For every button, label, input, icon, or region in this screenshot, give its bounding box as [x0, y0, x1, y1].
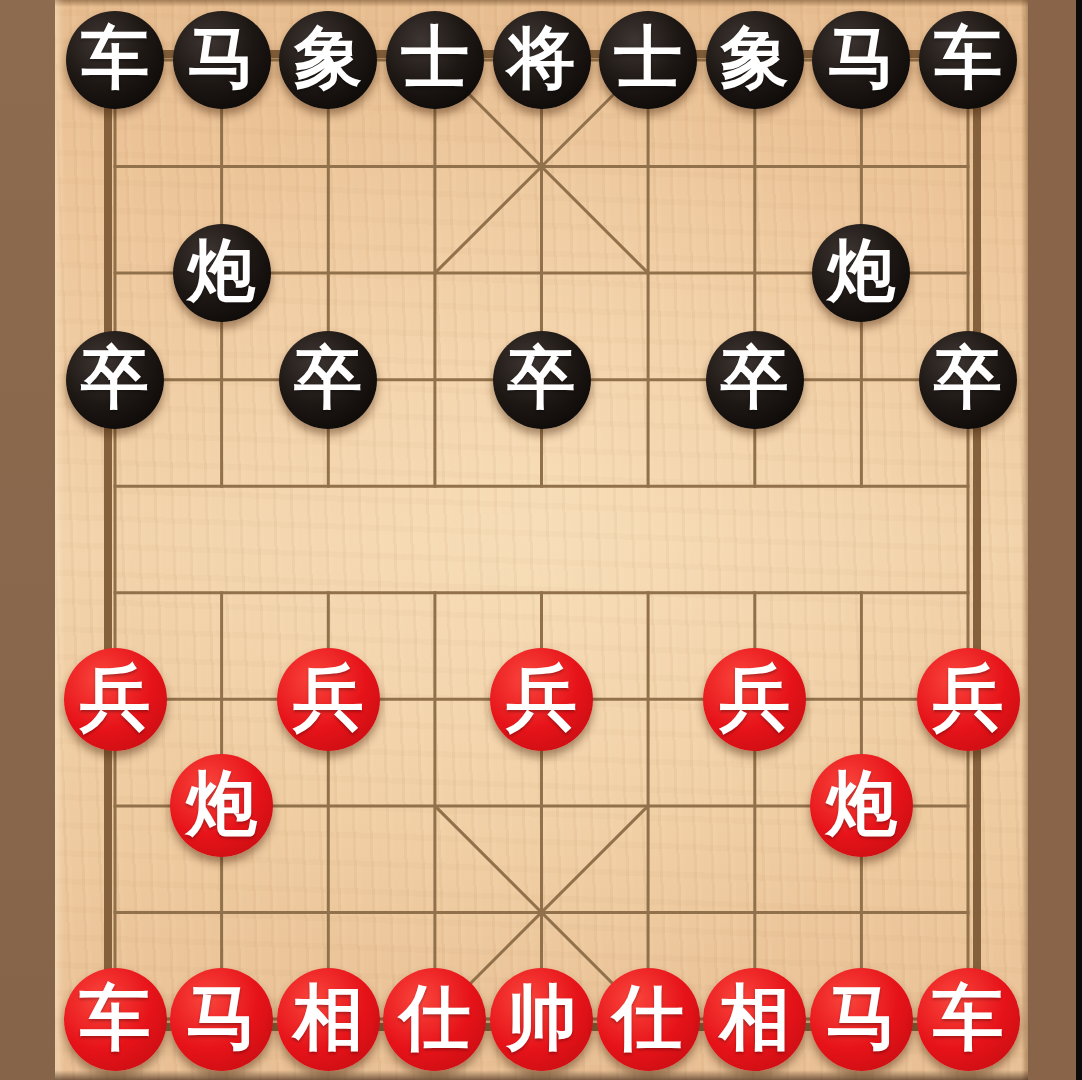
piece-glyph: 将	[508, 24, 576, 92]
piece-black-advisor[interactable]: 士	[599, 11, 697, 109]
piece-glyph: 车	[80, 982, 151, 1053]
piece-glyph: 相	[293, 982, 364, 1053]
piece-black-soldier[interactable]: 卒	[919, 331, 1017, 429]
piece-glyph: 兵	[506, 662, 577, 733]
piece-black-elephant[interactable]: 象	[279, 11, 377, 109]
xiangqi-game-screen: 车马象士将士象马车炮炮卒卒卒卒卒兵兵兵兵兵炮炮车马相仕帅仕相马车	[0, 0, 1082, 1080]
piece-glyph: 士	[401, 24, 469, 92]
piece-red-chariot[interactable]: 车	[64, 968, 167, 1071]
screen-right-edge	[1076, 0, 1082, 1080]
piece-glyph: 车	[934, 24, 1002, 92]
piece-glyph: 炮	[186, 768, 257, 839]
piece-glyph: 仕	[613, 982, 684, 1053]
piece-glyph: 卒	[81, 344, 149, 412]
piece-red-elephant[interactable]: 相	[703, 968, 806, 1071]
piece-glyph: 士	[614, 24, 682, 92]
piece-glyph: 马	[826, 982, 897, 1053]
piece-glyph: 卒	[934, 344, 1002, 412]
piece-glyph: 兵	[293, 662, 364, 733]
piece-red-horse[interactable]: 马	[170, 968, 273, 1071]
piece-glyph: 车	[81, 24, 149, 92]
piece-glyph: 马	[186, 982, 257, 1053]
piece-glyph: 马	[827, 24, 895, 92]
piece-red-elephant[interactable]: 相	[277, 968, 380, 1071]
piece-glyph: 炮	[188, 237, 256, 305]
piece-black-cannon[interactable]: 炮	[812, 224, 910, 322]
piece-black-chariot[interactable]: 车	[66, 11, 164, 109]
piece-black-soldier[interactable]: 卒	[493, 331, 591, 429]
piece-red-advisor[interactable]: 仕	[597, 968, 700, 1071]
piece-glyph: 象	[721, 24, 789, 92]
piece-glyph: 卒	[721, 344, 789, 412]
piece-red-soldier[interactable]: 兵	[490, 648, 593, 751]
piece-red-soldier[interactable]: 兵	[277, 648, 380, 751]
piece-red-soldier[interactable]: 兵	[64, 648, 167, 751]
piece-glyph: 车	[933, 982, 1004, 1053]
piece-glyph: 仕	[399, 982, 470, 1053]
piece-black-horse[interactable]: 马	[173, 11, 271, 109]
piece-glyph: 兵	[80, 662, 151, 733]
piece-red-cannon[interactable]: 炮	[810, 754, 913, 857]
piece-red-advisor[interactable]: 仕	[383, 968, 486, 1071]
piece-black-advisor[interactable]: 士	[386, 11, 484, 109]
piece-red-soldier[interactable]: 兵	[917, 648, 1020, 751]
piece-glyph: 卒	[294, 344, 362, 412]
board-grid-lines	[55, 0, 1028, 1080]
piece-black-soldier[interactable]: 卒	[279, 331, 377, 429]
piece-black-soldier[interactable]: 卒	[66, 331, 164, 429]
piece-glyph: 炮	[826, 768, 897, 839]
piece-glyph: 马	[188, 24, 256, 92]
piece-glyph: 兵	[719, 662, 790, 733]
piece-red-soldier[interactable]: 兵	[703, 648, 806, 751]
piece-red-cannon[interactable]: 炮	[170, 754, 273, 857]
piece-red-horse[interactable]: 马	[810, 968, 913, 1071]
piece-black-horse[interactable]: 马	[812, 11, 910, 109]
xiangqi-board: 车马象士将士象马车炮炮卒卒卒卒卒兵兵兵兵兵炮炮车马相仕帅仕相马车	[55, 0, 1028, 1080]
table-left-strip	[0, 0, 55, 1080]
piece-black-general[interactable]: 将	[493, 11, 591, 109]
piece-glyph: 象	[294, 24, 362, 92]
table-right-strip	[1028, 0, 1076, 1080]
piece-red-general[interactable]: 帅	[490, 968, 593, 1071]
piece-black-soldier[interactable]: 卒	[706, 331, 804, 429]
piece-black-elephant[interactable]: 象	[706, 11, 804, 109]
piece-glyph: 炮	[827, 237, 895, 305]
piece-red-chariot[interactable]: 车	[917, 968, 1020, 1071]
piece-black-chariot[interactable]: 车	[919, 11, 1017, 109]
piece-glyph: 帅	[506, 982, 577, 1053]
piece-glyph: 相	[719, 982, 790, 1053]
piece-glyph: 兵	[933, 662, 1004, 733]
piece-black-cannon[interactable]: 炮	[173, 224, 271, 322]
piece-glyph: 卒	[508, 344, 576, 412]
